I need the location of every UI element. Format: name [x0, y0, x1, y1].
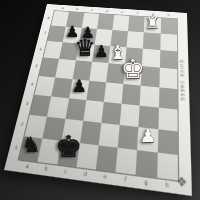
brand-text: QUICK CHESS [179, 59, 185, 116]
black-pawn-d6[interactable]: ♟ [94, 44, 108, 60]
square-f2[interactable] [118, 125, 139, 150]
square-e1[interactable] [96, 145, 118, 172]
square-f8[interactable] [128, 16, 145, 33]
square-f1[interactable] [116, 148, 138, 175]
white-rook-g8[interactable]: ♜ [146, 15, 160, 31]
file-label: e [114, 9, 130, 16]
square-h6[interactable] [159, 50, 177, 69]
file-label: d [99, 8, 115, 15]
file-label: b [36, 163, 57, 176]
square-g1[interactable] [136, 150, 157, 178]
file-label: h [161, 12, 177, 19]
black-knight-a1[interactable]: ♞ [22, 134, 41, 155]
square-e2[interactable] [99, 123, 120, 148]
file-label: a [17, 160, 38, 172]
square-h2[interactable] [157, 129, 177, 155]
brand-logo-icon: ❖ [173, 171, 191, 192]
file-label: b [69, 6, 85, 13]
square-f4[interactable] [122, 84, 141, 106]
black-pawn-c4[interactable]: ♟ [71, 78, 86, 95]
white-king-f5[interactable]: ♚ [121, 56, 145, 83]
file-label: a [55, 5, 71, 12]
square-h4[interactable] [158, 87, 177, 109]
square-e4[interactable] [104, 82, 124, 104]
square-e3[interactable] [101, 102, 121, 125]
photo-background: abcdefgh abcdefgh 87654321 QUICK CHESS ❖… [0, 0, 200, 200]
square-e8[interactable] [112, 15, 129, 31]
file-label: e [94, 171, 115, 184]
square-h8[interactable] [160, 18, 176, 35]
white-pawn-g2[interactable]: ♟ [140, 127, 156, 145]
file-label: c [84, 7, 100, 14]
file-label: f [115, 173, 136, 186]
square-h7[interactable] [160, 34, 177, 52]
file-label: c [55, 165, 76, 178]
black-queen-c6[interactable]: ♛ [75, 36, 96, 59]
square-h5[interactable] [159, 68, 177, 89]
square-f7[interactable] [127, 31, 144, 49]
square-h3[interactable] [158, 107, 177, 131]
chess-board: abcdefgh abcdefgh 87654321 QUICK CHESS ❖ [4, 4, 192, 196]
file-label: f [130, 10, 146, 17]
square-g7[interactable] [143, 32, 160, 50]
square-g4[interactable] [140, 85, 159, 107]
file-label: g [135, 176, 156, 189]
square-f3[interactable] [120, 103, 140, 126]
black-king-c1[interactable]: ♚ [55, 132, 82, 162]
file-label: d [74, 168, 95, 181]
